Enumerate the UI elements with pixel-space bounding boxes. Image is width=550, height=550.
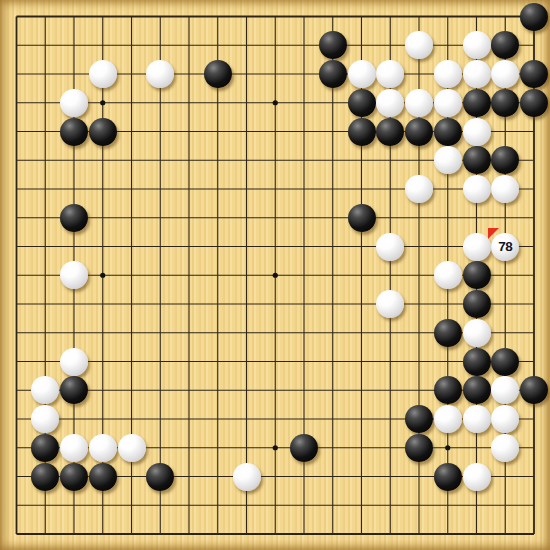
stone-black	[520, 3, 548, 31]
stone-white	[405, 175, 433, 203]
stone-white	[463, 118, 491, 146]
stone-white	[348, 60, 376, 88]
stone-black	[491, 348, 519, 376]
stone-black	[520, 60, 548, 88]
stone-black	[463, 146, 491, 174]
stone-black	[146, 463, 174, 491]
star-point	[273, 273, 278, 278]
stone-white	[60, 89, 88, 117]
stone-white	[463, 319, 491, 347]
stone-black	[463, 89, 491, 117]
stone-black	[89, 118, 117, 146]
stone-white	[463, 405, 491, 433]
stone-black	[491, 89, 519, 117]
stone-black	[405, 405, 433, 433]
stone-black	[319, 60, 347, 88]
stone-black	[89, 463, 117, 491]
stone-black	[31, 434, 59, 462]
stone-black	[434, 319, 462, 347]
stone-white	[463, 31, 491, 59]
stone-white	[376, 233, 404, 261]
stone-white	[60, 434, 88, 462]
stone-white	[434, 261, 462, 289]
star-point	[100, 273, 105, 278]
stone-black	[520, 89, 548, 117]
stone-black	[31, 463, 59, 491]
star-point	[100, 100, 105, 105]
stone-black	[434, 376, 462, 404]
stone-white	[463, 233, 491, 261]
stone-white: 78	[491, 233, 519, 261]
stone-white	[118, 434, 146, 462]
star-point	[273, 445, 278, 450]
stone-white	[434, 146, 462, 174]
stone-black	[463, 376, 491, 404]
stone-black	[463, 348, 491, 376]
stone-black	[405, 434, 433, 462]
stone-black	[60, 118, 88, 146]
stone-white	[89, 60, 117, 88]
stone-white	[434, 405, 462, 433]
stone-black	[290, 434, 318, 462]
stone-white	[463, 60, 491, 88]
stone-white	[60, 348, 88, 376]
stone-black	[348, 89, 376, 117]
stone-black	[319, 31, 347, 59]
stone-white	[89, 434, 117, 462]
stone-black	[348, 204, 376, 232]
stone-black	[434, 118, 462, 146]
stone-black	[204, 60, 232, 88]
stone-black	[463, 261, 491, 289]
stone-black	[463, 290, 491, 318]
stone-black	[434, 463, 462, 491]
stone-white	[233, 463, 261, 491]
stone-black	[60, 463, 88, 491]
stone-black	[348, 118, 376, 146]
star-point	[273, 100, 278, 105]
stone-white	[405, 89, 433, 117]
go-board[interactable]: 78	[0, 0, 550, 550]
move-number-label: 78	[491, 233, 519, 261]
stone-black	[405, 118, 433, 146]
stone-white	[463, 463, 491, 491]
stone-black	[60, 204, 88, 232]
stone-white	[434, 60, 462, 88]
stone-white	[491, 434, 519, 462]
stone-black	[376, 118, 404, 146]
star-point	[445, 445, 450, 450]
stone-white	[463, 175, 491, 203]
stone-white	[434, 89, 462, 117]
stone-white	[376, 89, 404, 117]
